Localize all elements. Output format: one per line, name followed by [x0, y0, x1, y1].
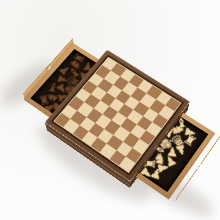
board-square	[107, 135, 123, 150]
board-square	[80, 117, 96, 132]
board-square	[55, 113, 71, 127]
board-square	[82, 131, 98, 146]
board-square	[71, 111, 87, 125]
board-square	[114, 126, 130, 141]
dark-drawer-knob	[46, 63, 52, 72]
board-square	[146, 122, 162, 137]
board-square	[64, 119, 80, 134]
light-chess-piece: ♟	[162, 152, 180, 170]
board-square	[95, 114, 111, 128]
board-square	[139, 130, 155, 145]
chess-set-product-photo: ♜♟♞♟♝♟♛♟♚♟♝♟♞♟♜♟ ♝♟♜♞♟♛♟♚♟♝♟♞♟♜♟♟	[0, 0, 220, 220]
board-square	[105, 120, 121, 135]
board-square	[109, 150, 125, 165]
board-square	[119, 156, 135, 172]
board-square	[123, 133, 139, 148]
board-square	[136, 116, 152, 130]
light-chess-piece: ♟	[174, 142, 190, 158]
board-square	[111, 112, 127, 126]
board-square	[89, 123, 105, 138]
board-square	[91, 137, 107, 152]
board-square	[100, 144, 116, 159]
board-square	[121, 118, 137, 133]
light-chess-piece: ♟	[155, 161, 172, 175]
board-square	[126, 147, 142, 162]
board-square	[152, 113, 168, 127]
board-square	[133, 139, 149, 154]
light-chess-piece: ♟	[166, 144, 179, 159]
board-square	[116, 141, 132, 156]
board-square	[130, 124, 146, 139]
board-square	[98, 129, 114, 144]
light-drawer-knob	[196, 162, 201, 171]
board-square	[73, 125, 89, 140]
light-chess-piece: ♟	[148, 165, 164, 183]
